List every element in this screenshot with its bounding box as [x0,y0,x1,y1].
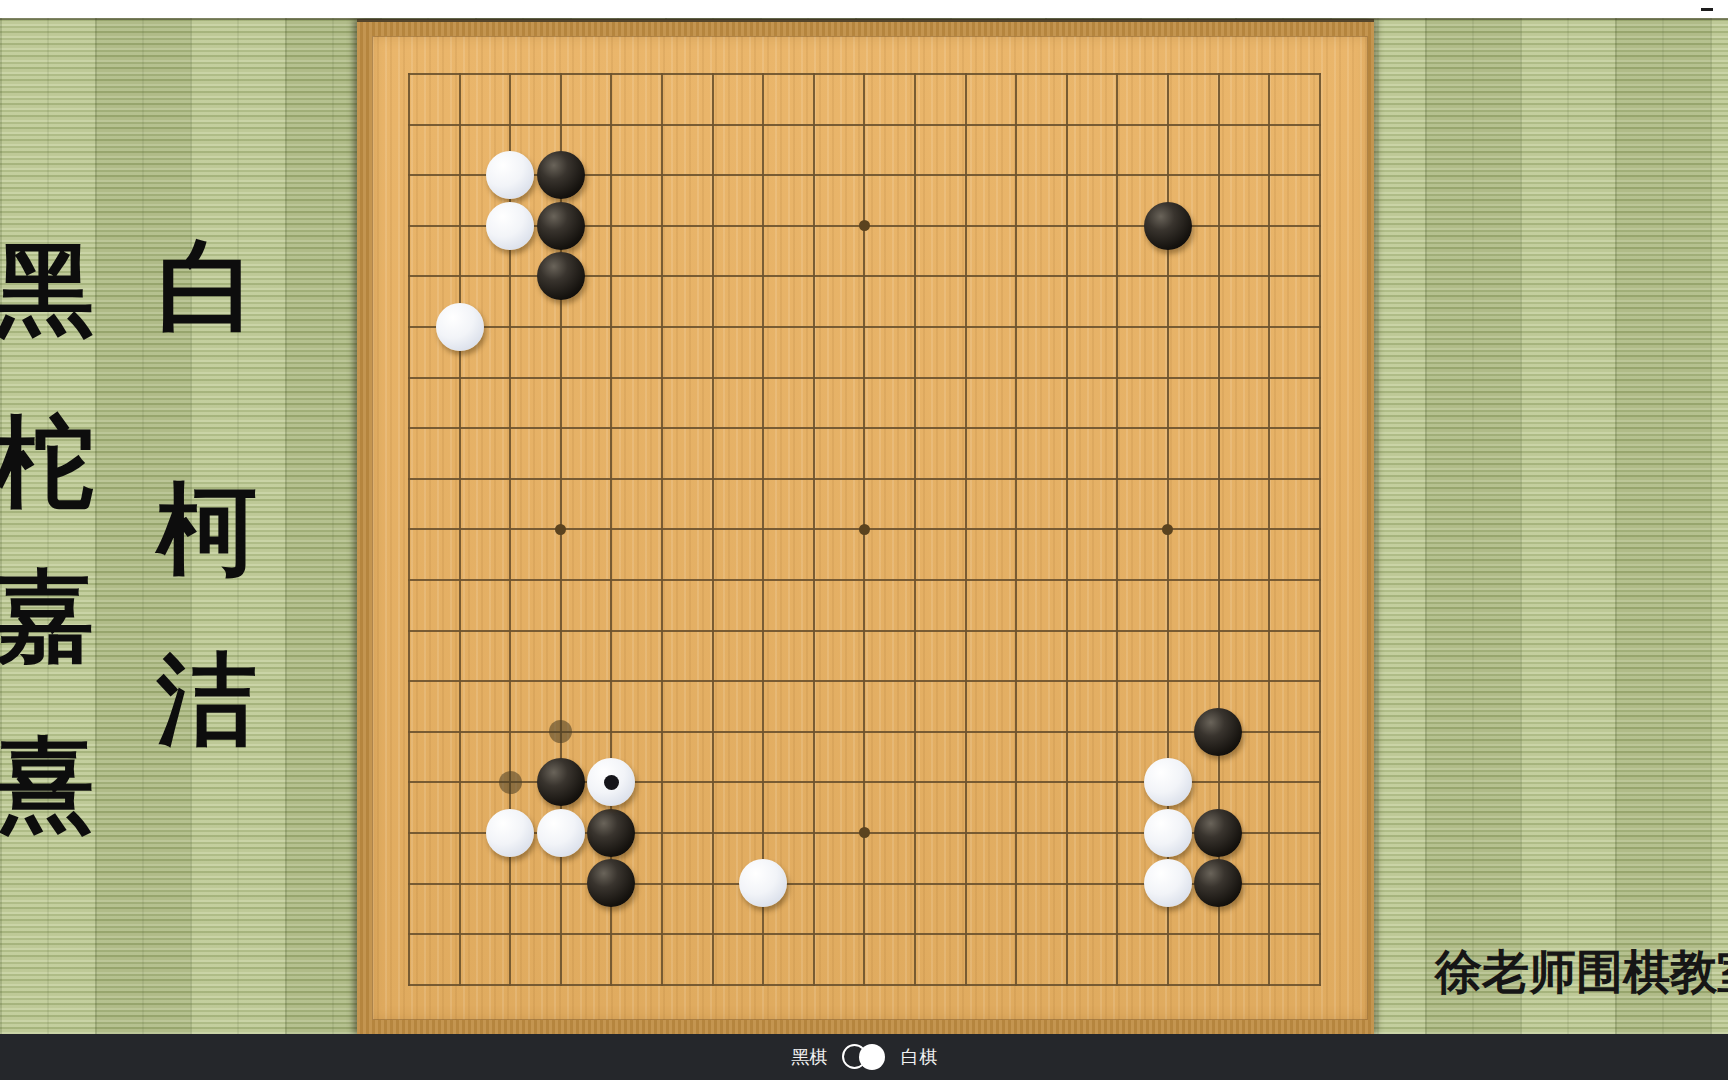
board-point [1193,858,1244,909]
white-stone [1144,809,1192,857]
white-color-label: 白 [152,232,262,342]
black-stone [537,758,585,806]
board-point [1143,808,1194,859]
board-point [485,200,536,251]
white-player-name-char: 洁 [152,645,262,755]
go-board-surface[interactable] [372,36,1368,1020]
top-strip-edge [0,18,1728,20]
board-point [535,757,586,808]
board-point [1143,858,1194,909]
star-point [859,827,870,838]
black-stone [537,202,585,250]
board-point [839,504,890,555]
black-player-name-char: 嘉 [0,562,99,672]
black-stones-label: 黑棋 [791,1045,827,1069]
white-stone [486,202,534,250]
black-player-name-char: 熹 [0,730,99,840]
board-point [434,302,485,353]
board-point [535,706,586,757]
black-player-name-char: 柁 [0,408,99,518]
white-stone [587,758,635,806]
board-point [535,808,586,859]
white-player-name-char: 柯 [152,475,262,585]
board-point [485,808,536,859]
ghost-stone-mark [499,771,522,794]
toggle-knob [859,1044,885,1070]
star-point [1162,524,1173,535]
ghost-stone-mark [549,720,572,743]
stones-layer [384,49,1345,1010]
board-point [586,858,637,909]
watermark-text: 徐老师围棋教室 [1435,941,1728,1004]
black-stone [1144,202,1192,250]
white-stone [1144,859,1192,907]
board-point [535,504,586,555]
board-point [535,200,586,251]
board-point [535,251,586,302]
star-point [859,524,870,535]
board-point [1143,504,1194,555]
last-move-marker [604,775,619,790]
board-point [485,150,536,201]
black-stone [1194,859,1242,907]
board-point [1143,200,1194,251]
black-stone [587,809,635,857]
bottom-control-bar: 黑棋 白棋 [0,1034,1728,1080]
white-stones-label: 白棋 [901,1045,937,1069]
white-stone [537,809,585,857]
white-stone [486,809,534,857]
board-point [1193,706,1244,757]
white-stone [1144,758,1192,806]
go-board [357,19,1374,1034]
board-point [1193,808,1244,859]
board-point [1143,757,1194,808]
white-stone [486,151,534,199]
stone-color-toggle[interactable] [842,1043,886,1071]
white-stone [739,859,787,907]
top-white-strip [0,0,1728,18]
black-stone [587,859,635,907]
black-stone [537,252,585,300]
minimize-icon[interactable] [1701,8,1713,11]
black-stone [537,151,585,199]
black-color-label: 黑 [0,235,99,345]
board-point [586,757,637,808]
black-stone [1194,809,1242,857]
board-point [839,200,890,251]
star-point [555,524,566,535]
black-stone [1194,708,1242,756]
board-point [738,858,789,909]
board-point [839,808,890,859]
board-point [586,808,637,859]
board-point [535,150,586,201]
white-stone [436,303,484,351]
screen: 黑 柁 嘉 熹 白 柯 洁 徐老师围棋教室 黑棋 白棋 [0,0,1728,1080]
board-point [485,757,536,808]
star-point [859,220,870,231]
